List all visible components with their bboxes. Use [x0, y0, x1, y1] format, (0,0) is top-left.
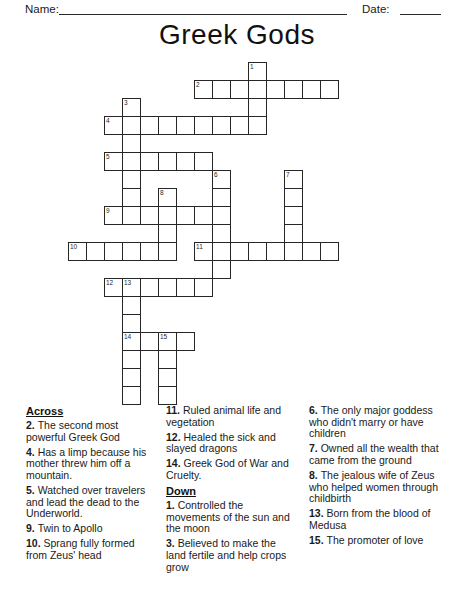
grid-cell[interactable] [158, 224, 177, 243]
grid-cell[interactable] [284, 80, 303, 99]
clue-number: 12 [106, 279, 113, 286]
clues-across-header: Across [26, 405, 158, 417]
grid-cell[interactable] [140, 116, 159, 135]
clue-item-3: 3. Believed to make the land fertile and… [166, 538, 298, 573]
name-field-line[interactable] [59, 1, 347, 15]
clue-item-2: 2. The second most powerful Greek God [26, 420, 158, 443]
grid-cell[interactable] [122, 206, 141, 225]
clue-item-14: 14. Greek God of War and Cruelty. [166, 458, 298, 481]
clue-item-10: 10. Sprang fully formed from Zeus' head [26, 538, 158, 561]
grid-cell[interactable] [158, 386, 177, 405]
grid-cell[interactable] [122, 242, 141, 261]
grid-cell[interactable] [158, 116, 177, 135]
grid-cell[interactable] [140, 152, 159, 171]
grid-cell[interactable] [284, 242, 303, 261]
clue-number: 3 [124, 99, 128, 106]
grid-cell[interactable] [176, 206, 195, 225]
grid-cell[interactable] [194, 152, 213, 171]
clue-number: 6 [214, 171, 218, 178]
clue-item-13: 13. Born from the blood of Medusa [309, 508, 450, 531]
clue-item-15: 15. The promoter of love [309, 535, 450, 547]
grid-cell[interactable] [212, 188, 231, 207]
grid-cell[interactable]: 13 [122, 278, 141, 297]
grid-cell[interactable] [248, 116, 267, 135]
grid-cell[interactable]: 9 [104, 206, 123, 225]
grid-cell[interactable] [248, 242, 267, 261]
grid-cell[interactable] [248, 98, 267, 117]
clue-number: 2 [196, 81, 200, 88]
clue-item-11: 11. Ruled animal life and vegetation [166, 405, 298, 428]
clue-item-8: 8. The jealous wife of Zeus who helped w… [309, 470, 450, 505]
grid-cell[interactable] [284, 224, 303, 243]
clue-item-5: 5. Watched over travelers and lead the d… [26, 485, 158, 520]
grid-cell[interactable] [122, 296, 141, 315]
grid-cell[interactable] [320, 242, 339, 261]
crossword-grid: 123456789101112131415 [68, 62, 339, 405]
grid-cell[interactable]: 11 [194, 242, 213, 261]
grid-cell[interactable] [248, 80, 267, 99]
grid-cell[interactable] [230, 80, 249, 99]
grid-cell[interactable] [176, 152, 195, 171]
grid-cell[interactable] [122, 188, 141, 207]
grid-cell[interactable] [140, 278, 159, 297]
grid-cell[interactable]: 1 [248, 62, 267, 81]
grid-cell[interactable]: 8 [158, 188, 177, 207]
grid-cell[interactable] [158, 152, 177, 171]
grid-cell[interactable] [212, 206, 231, 225]
clue-item-4: 4. Has a limp because his mother threw h… [26, 447, 158, 482]
puzzle-title: Greek Gods [0, 19, 474, 51]
grid-cell[interactable] [158, 350, 177, 369]
grid-cell[interactable] [104, 242, 123, 261]
grid-cell[interactable] [158, 206, 177, 225]
grid-cell[interactable] [302, 80, 321, 99]
clue-item-12: 12. Healed the sick and slayed dragons [166, 432, 298, 455]
grid-cell[interactable] [122, 116, 141, 135]
grid-cell[interactable] [122, 350, 141, 369]
grid-cell[interactable] [194, 206, 213, 225]
grid-cell[interactable]: 3 [122, 98, 141, 117]
grid-cell[interactable]: 2 [194, 80, 213, 99]
grid-cell[interactable] [212, 80, 231, 99]
clue-number: 13 [124, 279, 131, 286]
grid-cell[interactable] [86, 242, 105, 261]
grid-cell[interactable] [140, 206, 159, 225]
grid-cell[interactable]: 4 [104, 116, 123, 135]
clue-number: 10 [70, 243, 77, 250]
clue-column-2: 11. Ruled animal life and vegetation12. … [166, 405, 298, 577]
grid-cell[interactable] [302, 242, 321, 261]
clue-item-1: 1. Controlled the movements of the sun a… [166, 500, 298, 535]
grid-cell[interactable] [176, 116, 195, 135]
grid-cell[interactable]: 15 [158, 332, 177, 351]
grid-cell[interactable] [284, 206, 303, 225]
clue-column-1: Across2. The second most powerful Greek … [26, 405, 158, 565]
clue-item-9: 9. Twin to Apollo [26, 523, 158, 535]
date-field-line[interactable] [400, 1, 441, 15]
grid-cell[interactable] [284, 188, 303, 207]
clue-number: 5 [106, 153, 110, 160]
grid-cell[interactable]: 12 [104, 278, 123, 297]
grid-cell[interactable] [212, 242, 231, 261]
grid-cell[interactable]: 14 [122, 332, 141, 351]
clue-number: 14 [124, 333, 131, 340]
grid-cell[interactable]: 7 [284, 170, 303, 189]
grid-cell[interactable] [230, 242, 249, 261]
grid-cell[interactable] [122, 368, 141, 387]
grid-cell[interactable] [158, 368, 177, 387]
grid-cell[interactable] [266, 242, 285, 261]
grid-cell[interactable] [230, 116, 249, 135]
grid-cell[interactable]: 10 [68, 242, 87, 261]
grid-cell[interactable] [122, 152, 141, 171]
clue-column-3: 6. The only major goddess who didn't mar… [309, 405, 450, 550]
worksheet-page: Name: Date: Greek Gods 12345678910111213… [0, 0, 474, 613]
grid-cell[interactable] [194, 116, 213, 135]
grid-cell[interactable] [212, 224, 231, 243]
grid-cell[interactable]: 5 [104, 152, 123, 171]
grid-cell[interactable] [194, 278, 213, 297]
grid-cell[interactable] [176, 332, 195, 351]
clue-number: 7 [286, 171, 290, 178]
clue-number: 11 [196, 243, 203, 250]
grid-cell[interactable] [212, 260, 231, 279]
clue-number: 8 [160, 189, 164, 196]
clue-number: 15 [160, 333, 167, 340]
clue-number: 4 [106, 117, 110, 124]
grid-cell[interactable] [140, 242, 159, 261]
clues-down-header: Down [166, 485, 298, 497]
grid-cell[interactable] [158, 242, 177, 261]
grid-cell[interactable] [122, 386, 141, 405]
grid-cell[interactable] [122, 314, 141, 333]
clue-item-6: 6. The only major goddess who didn't mar… [309, 405, 450, 440]
clue-number: 1 [250, 63, 254, 70]
grid-cell[interactable] [176, 278, 195, 297]
grid-cell[interactable] [122, 170, 141, 189]
grid-cell[interactable] [320, 80, 339, 99]
grid-cell[interactable]: 6 [212, 170, 231, 189]
clue-number: 9 [106, 207, 110, 214]
clue-item-7: 7. Owned all the wealth that came from t… [309, 443, 450, 466]
grid-cell[interactable] [140, 332, 159, 351]
grid-cell[interactable] [122, 134, 141, 153]
grid-cell[interactable] [158, 278, 177, 297]
grid-cell[interactable] [212, 116, 231, 135]
date-label: Date: [362, 3, 390, 15]
name-label: Name: [25, 3, 59, 15]
grid-cell[interactable] [266, 80, 285, 99]
